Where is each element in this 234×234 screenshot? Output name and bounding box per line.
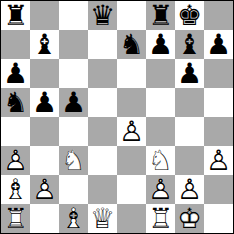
piece-white-pawn: ♙ bbox=[175, 175, 204, 204]
square-h6[interactable] bbox=[204, 59, 233, 88]
piece-black-pawn: ♟ bbox=[30, 88, 59, 117]
square-f6[interactable] bbox=[146, 59, 175, 88]
piece-white-king: ♔ bbox=[175, 204, 204, 233]
square-c4[interactable] bbox=[59, 117, 88, 146]
square-e4[interactable]: ♟♙ bbox=[117, 117, 146, 146]
piece-white-rook: ♖ bbox=[146, 204, 175, 233]
square-b1[interactable] bbox=[30, 204, 59, 233]
square-f7[interactable]: ♟ bbox=[146, 30, 175, 59]
square-f3[interactable]: ♞♘ bbox=[146, 146, 175, 175]
piece-white-king-fill-layer: ♚ bbox=[175, 204, 204, 233]
square-d3[interactable] bbox=[88, 146, 117, 175]
square-c5[interactable]: ♟ bbox=[59, 88, 88, 117]
piece-white-pawn-fill-layer: ♟ bbox=[1, 146, 30, 175]
square-g5[interactable] bbox=[175, 88, 204, 117]
square-c7[interactable] bbox=[59, 30, 88, 59]
square-b5[interactable]: ♟ bbox=[30, 88, 59, 117]
piece-black-queen: ♛ bbox=[88, 1, 117, 30]
square-d8[interactable]: ♛ bbox=[88, 1, 117, 30]
square-b3[interactable] bbox=[30, 146, 59, 175]
piece-white-queen: ♕ bbox=[88, 204, 117, 233]
square-g1[interactable]: ♚♔ bbox=[175, 204, 204, 233]
piece-black-rook: ♜ bbox=[146, 1, 175, 30]
piece-white-pawn-fill-layer: ♟ bbox=[117, 117, 146, 146]
piece-white-bishop: ♗ bbox=[59, 204, 88, 233]
square-h8[interactable] bbox=[204, 1, 233, 30]
square-d7[interactable] bbox=[88, 30, 117, 59]
square-b4[interactable] bbox=[30, 117, 59, 146]
square-e3[interactable] bbox=[117, 146, 146, 175]
piece-white-pawn: ♙ bbox=[117, 117, 146, 146]
piece-black-bishop: ♝ bbox=[30, 30, 59, 59]
piece-white-rook-fill-layer: ♜ bbox=[146, 204, 175, 233]
square-a7[interactable] bbox=[1, 30, 30, 59]
piece-white-pawn-fill-layer: ♟ bbox=[204, 146, 233, 175]
piece-black-pawn: ♟ bbox=[1, 59, 30, 88]
square-d1[interactable]: ♛♕ bbox=[88, 204, 117, 233]
piece-white-bishop: ♗ bbox=[1, 175, 30, 204]
square-c2[interactable] bbox=[59, 175, 88, 204]
piece-black-pawn: ♟ bbox=[175, 59, 204, 88]
square-f2[interactable]: ♟♙ bbox=[146, 175, 175, 204]
piece-black-king: ♚ bbox=[175, 1, 204, 30]
square-a3[interactable]: ♟♙ bbox=[1, 146, 30, 175]
square-f5[interactable] bbox=[146, 88, 175, 117]
piece-black-bishop: ♝ bbox=[175, 30, 204, 59]
square-a2[interactable]: ♝♗ bbox=[1, 175, 30, 204]
piece-white-knight: ♘ bbox=[146, 146, 175, 175]
square-c1[interactable]: ♝♗ bbox=[59, 204, 88, 233]
piece-black-knight: ♞ bbox=[117, 30, 146, 59]
square-f8[interactable]: ♜ bbox=[146, 1, 175, 30]
square-g2[interactable]: ♟♙ bbox=[175, 175, 204, 204]
piece-black-pawn: ♟ bbox=[204, 30, 233, 59]
square-h5[interactable] bbox=[204, 88, 233, 117]
piece-white-pawn-fill-layer: ♟ bbox=[146, 175, 175, 204]
square-e6[interactable] bbox=[117, 59, 146, 88]
piece-white-knight: ♘ bbox=[59, 146, 88, 175]
square-d5[interactable] bbox=[88, 88, 117, 117]
square-b8[interactable] bbox=[30, 1, 59, 30]
square-h1[interactable] bbox=[204, 204, 233, 233]
square-f4[interactable] bbox=[146, 117, 175, 146]
square-a5[interactable]: ♞ bbox=[1, 88, 30, 117]
square-b6[interactable] bbox=[30, 59, 59, 88]
square-g6[interactable]: ♟ bbox=[175, 59, 204, 88]
square-a1[interactable]: ♜♖ bbox=[1, 204, 30, 233]
piece-white-pawn: ♙ bbox=[1, 146, 30, 175]
square-b2[interactable]: ♟♙ bbox=[30, 175, 59, 204]
piece-white-pawn-fill-layer: ♟ bbox=[175, 175, 204, 204]
square-h3[interactable]: ♟♙ bbox=[204, 146, 233, 175]
square-b7[interactable]: ♝ bbox=[30, 30, 59, 59]
piece-white-pawn: ♙ bbox=[146, 175, 175, 204]
square-c8[interactable] bbox=[59, 1, 88, 30]
piece-white-queen-fill-layer: ♛ bbox=[88, 204, 117, 233]
piece-black-knight: ♞ bbox=[1, 88, 30, 117]
square-g3[interactable] bbox=[175, 146, 204, 175]
square-d2[interactable] bbox=[88, 175, 117, 204]
piece-black-pawn: ♟ bbox=[59, 88, 88, 117]
piece-white-bishop-fill-layer: ♝ bbox=[59, 204, 88, 233]
piece-white-bishop-fill-layer: ♝ bbox=[1, 175, 30, 204]
square-f1[interactable]: ♜♖ bbox=[146, 204, 175, 233]
piece-white-pawn: ♙ bbox=[30, 175, 59, 204]
square-a4[interactable] bbox=[1, 117, 30, 146]
square-h2[interactable] bbox=[204, 175, 233, 204]
piece-white-rook: ♖ bbox=[1, 204, 30, 233]
square-c6[interactable] bbox=[59, 59, 88, 88]
square-d4[interactable] bbox=[88, 117, 117, 146]
piece-black-pawn: ♟ bbox=[146, 30, 175, 59]
piece-white-knight-fill-layer: ♞ bbox=[59, 146, 88, 175]
square-e1[interactable] bbox=[117, 204, 146, 233]
square-a8[interactable]: ♜ bbox=[1, 1, 30, 30]
chess-board: ♜♛♜♚♝♞♟♝♟♟♟♞♟♟♟♙♟♙♞♘♞♘♟♙♝♗♟♙♟♙♟♙♜♖♝♗♛♕♜♖… bbox=[0, 0, 234, 234]
square-a6[interactable]: ♟ bbox=[1, 59, 30, 88]
square-e7[interactable]: ♞ bbox=[117, 30, 146, 59]
piece-white-rook-fill-layer: ♜ bbox=[1, 204, 30, 233]
piece-white-pawn-fill-layer: ♟ bbox=[30, 175, 59, 204]
square-g8[interactable]: ♚ bbox=[175, 1, 204, 30]
piece-white-knight-fill-layer: ♞ bbox=[146, 146, 175, 175]
square-c3[interactable]: ♞♘ bbox=[59, 146, 88, 175]
square-e8[interactable] bbox=[117, 1, 146, 30]
square-g7[interactable]: ♝ bbox=[175, 30, 204, 59]
square-e5[interactable] bbox=[117, 88, 146, 117]
square-g4[interactable] bbox=[175, 117, 204, 146]
square-d6[interactable] bbox=[88, 59, 117, 88]
square-e2[interactable] bbox=[117, 175, 146, 204]
piece-black-rook: ♜ bbox=[1, 1, 30, 30]
piece-white-pawn: ♙ bbox=[204, 146, 233, 175]
square-h7[interactable]: ♟ bbox=[204, 30, 233, 59]
square-h4[interactable] bbox=[204, 117, 233, 146]
